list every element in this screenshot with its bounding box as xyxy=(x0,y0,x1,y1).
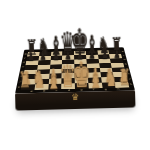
rank-label-1: 1 xyxy=(17,86,20,88)
rank-label-4: 4 xyxy=(21,71,23,73)
rank-label-3: 3 xyxy=(127,73,130,75)
rank-label-5: 5 xyxy=(125,64,127,66)
rank-label-6: 6 xyxy=(23,62,25,64)
product-photo: abcdefgh 87654321 87654321 ♛ ♜♞♝♛♚♝♞♜♟♟♟… xyxy=(0,0,150,150)
rank-label-2: 2 xyxy=(128,78,131,80)
board-squares xyxy=(21,50,130,90)
folding-chess-set: abcdefgh 87654321 87654321 ♛ ♜♞♝♛♚♝♞♜♟♟♟… xyxy=(0,0,150,150)
rank-label-6: 6 xyxy=(124,59,126,61)
rank-label-7: 7 xyxy=(23,58,25,60)
rank-label-4: 4 xyxy=(126,68,129,70)
rank-label-2: 2 xyxy=(19,81,22,83)
rank-label-1: 1 xyxy=(130,84,133,86)
box-front-face: ♛ xyxy=(15,90,135,110)
chess-board: abcdefgh 87654321 87654321 xyxy=(15,47,135,93)
rank-label-8: 8 xyxy=(121,51,123,53)
rank-label-5: 5 xyxy=(22,67,24,69)
brass-clasp-icon: ♛ xyxy=(71,93,79,102)
rank-label-8: 8 xyxy=(24,54,26,56)
rank-label-7: 7 xyxy=(123,55,125,57)
rank-label-3: 3 xyxy=(20,76,22,78)
